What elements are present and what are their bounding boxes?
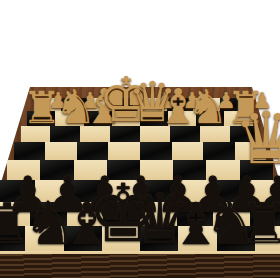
chess-set-product-photo: ♟♟♟♟♟♟♟♟♜♞♝♚♛♝♞♜♛♟♟♟♟♟♟♟♟♜♞♝♚♛♝♞♜ (0, 0, 280, 280)
black-rook-a8[interactable]: ♜ (236, 196, 280, 252)
pieces-layer: ♟♟♟♟♟♟♟♟♜♞♝♚♛♝♞♜♛♟♟♟♟♟♟♟♟♜♞♝♚♛♝♞♜ (0, 0, 280, 280)
white-queen-extra[interactable]: ♛ (230, 102, 280, 174)
